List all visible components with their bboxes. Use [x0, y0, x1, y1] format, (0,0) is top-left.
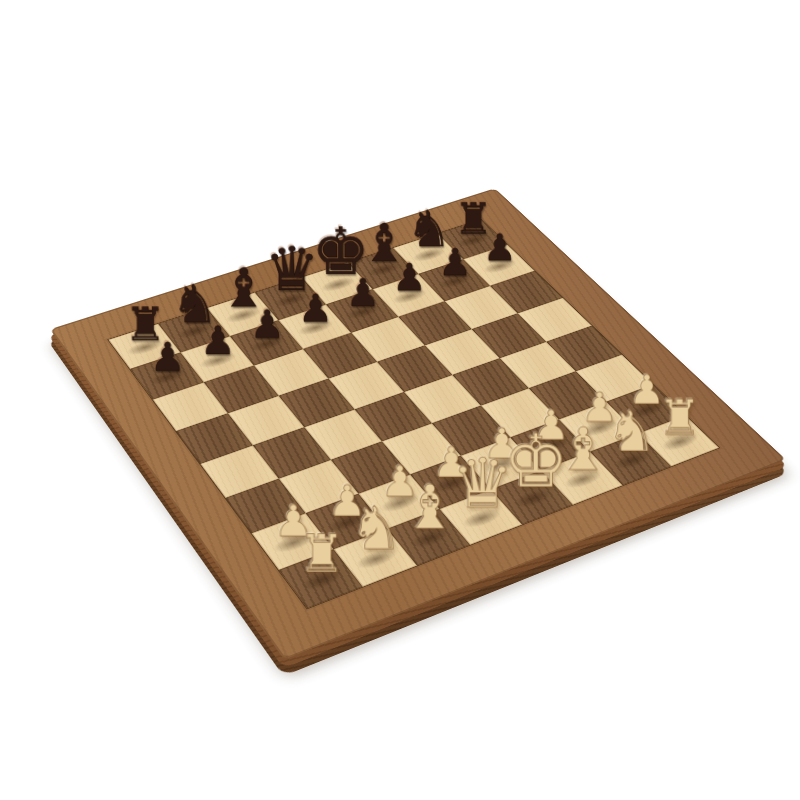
- piece-shadow: [406, 244, 453, 266]
- piece-shadow: [476, 255, 523, 277]
- piece-shadow: [267, 288, 315, 311]
- piece-shadow: [339, 300, 388, 324]
- piece-shadow: [314, 273, 362, 296]
- chess-board: ♜♞♝♛♚♝♞♜♟♟♟♟♟♟♟♟♟♟♟♟♟♟♟♟♜♞♝♛♚♝♞♜: [50, 188, 786, 659]
- piece-shadow: [574, 414, 626, 441]
- piece-shadow: [360, 258, 407, 281]
- piece-shadow: [266, 527, 322, 558]
- piece-shadow: [455, 503, 510, 533]
- piece-shadow: [425, 469, 479, 498]
- piece-shadow: [621, 397, 672, 424]
- piece-shadow: [606, 446, 659, 474]
- piece-shadow: [373, 488, 427, 518]
- piece-shadow: [450, 229, 496, 251]
- piece-shadow: [348, 543, 404, 575]
- piece-shadow: [556, 465, 609, 494]
- piece-shadow: [525, 432, 577, 460]
- product-photo-scene: ♜♞♝♛♚♝♞♜♟♟♟♟♟♟♟♟♟♟♟♟♟♟♟♟♜♞♝♛♚♝♞♜: [0, 0, 800, 800]
- piece-shadow: [431, 270, 479, 293]
- piece-shadow: [654, 428, 706, 456]
- piece-shadow: [402, 523, 457, 554]
- piece-shadow: [170, 319, 219, 343]
- piece-shadow: [320, 507, 375, 537]
